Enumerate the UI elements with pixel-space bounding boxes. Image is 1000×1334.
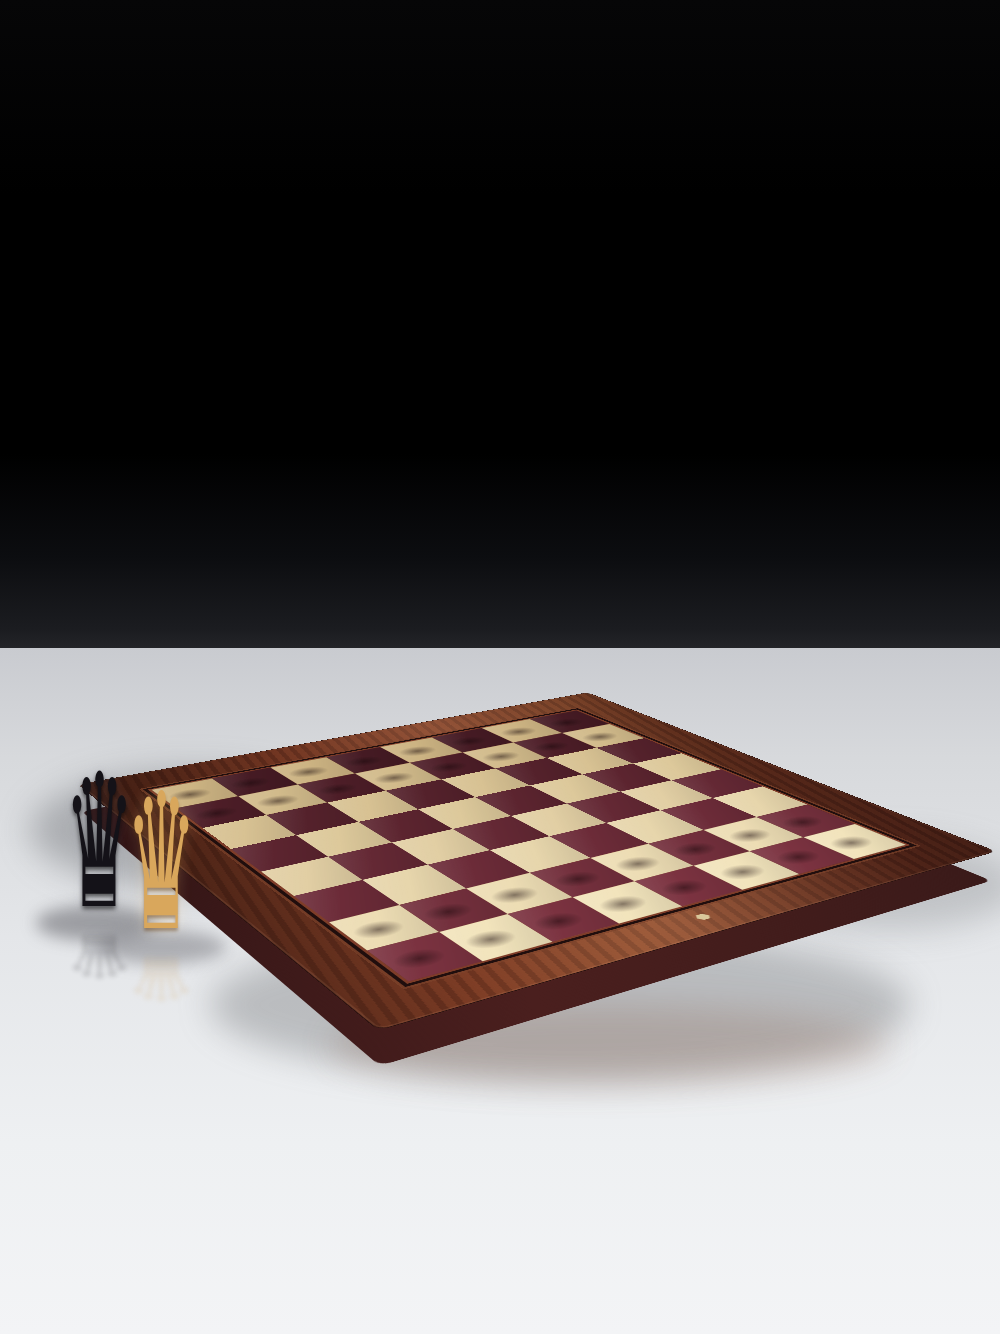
black-pawn-icon: ♟ bbox=[198, 689, 247, 811]
maker-inlay-icon bbox=[693, 913, 713, 921]
white-knight-icon: ♞ bbox=[458, 741, 536, 936]
white-bishop-icon: ♝ bbox=[528, 732, 603, 918]
black-pawn-icon: ♟ bbox=[260, 679, 308, 798]
white-queen-icon: ♛ bbox=[125, 775, 197, 949]
chess-board: ♜♞♝♛♚♝♞♜♟♟♟♟♟♟♟♟♟♟♟♟♟♟♟♟♜♞♝♛♚♝♞♜ bbox=[78, 692, 997, 1030]
white-rook-icon: ♜ bbox=[389, 771, 463, 955]
photo-stage: ♜♞♝♛♚♝♞♜♟♟♟♟♟♟♟♟♟♟♟♟♟♟♟♟♜♞♝♛♚♝♞♜ ♛ ♛ ♛ ♛ bbox=[0, 0, 1000, 1334]
board-scene: ♜♞♝♛♚♝♞♜♟♟♟♟♟♟♟♟♟♟♟♟♟♟♟♟♜♞♝♛♚♝♞♜ bbox=[0, 0, 1000, 1334]
